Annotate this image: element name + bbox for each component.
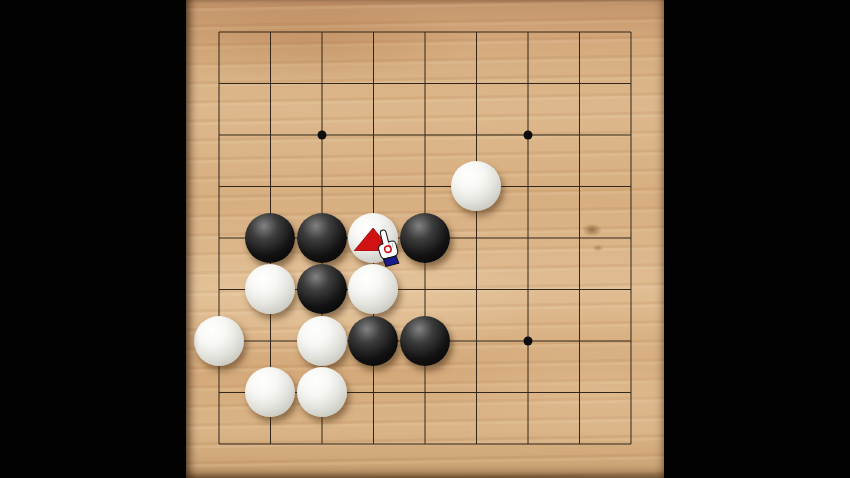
stone-black <box>245 213 295 263</box>
stone-white <box>245 367 295 417</box>
stone-white <box>348 264 398 314</box>
stone-white <box>297 316 347 366</box>
stone-black <box>348 316 398 366</box>
stone-black <box>400 213 450 263</box>
letterbox-right <box>664 0 850 478</box>
letterbox-left <box>0 0 186 478</box>
screen <box>0 0 850 478</box>
stone-black <box>297 264 347 314</box>
stone-white <box>194 316 244 366</box>
stone-white <box>451 161 501 211</box>
stone-black <box>297 213 347 263</box>
go-board[interactable] <box>186 0 664 478</box>
stone-white <box>348 213 398 263</box>
red-triangle-marker <box>354 228 392 251</box>
stone-white <box>245 264 295 314</box>
stones-layer <box>193 6 657 470</box>
stone-black <box>400 316 450 366</box>
stone-white <box>297 367 347 417</box>
